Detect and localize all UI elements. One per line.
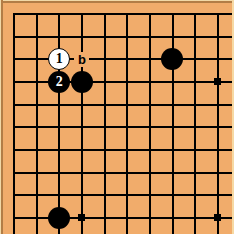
black-stone (161, 48, 183, 70)
black-stone (71, 71, 93, 93)
stones-layer: 12b (3, 3, 230, 230)
board-edge-left (1, 0, 3, 234)
board-edge-top (0, 1, 234, 3)
go-board: 12b (0, 0, 234, 234)
white-stone: 1 (48, 48, 70, 70)
image-edge-right-strip (232, 0, 234, 234)
black-stone (48, 207, 70, 229)
black-stone: 2 (48, 71, 70, 93)
point-label-b: b (74, 52, 89, 67)
